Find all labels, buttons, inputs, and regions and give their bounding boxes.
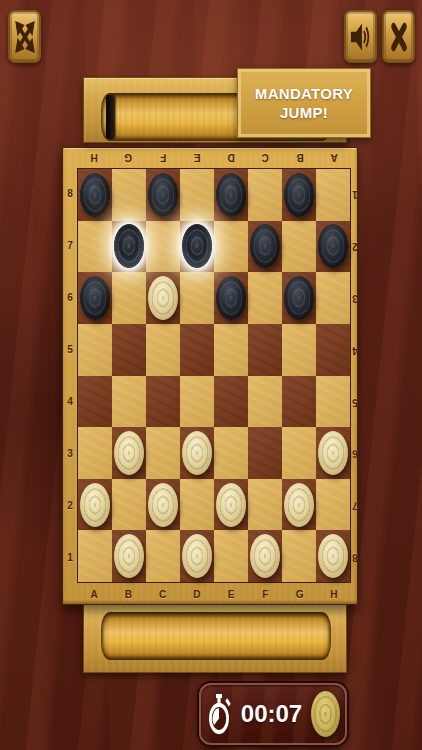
file-label-G: G [111, 148, 145, 168]
close-button[interactable] [382, 10, 415, 63]
rank-label-5: 5 [351, 376, 359, 428]
square-d3[interactable] [180, 427, 214, 479]
square-d2[interactable] [180, 479, 214, 531]
square-f8[interactable] [248, 169, 282, 221]
board-grid [77, 168, 351, 583]
square-d4[interactable] [180, 376, 214, 428]
captured-tray-bottom [83, 603, 347, 673]
file-label-A: A [77, 583, 111, 606]
white-piece-e2[interactable] [216, 483, 246, 527]
square-c6[interactable] [146, 272, 180, 324]
black-piece-b7[interactable] [114, 224, 144, 268]
square-h4[interactable] [316, 376, 350, 428]
captured-black-piece [106, 95, 115, 139]
rank-labels-left: 87654321 [63, 168, 77, 583]
square-d1[interactable] [180, 530, 214, 582]
square-a2[interactable] [78, 479, 112, 531]
white-piece-d1[interactable] [182, 534, 212, 578]
white-piece-g2[interactable] [284, 483, 314, 527]
speaker-icon [349, 19, 372, 55]
file-label-A: A [317, 148, 351, 168]
square-e4[interactable] [214, 376, 248, 428]
square-d8[interactable] [180, 169, 214, 221]
square-e7[interactable] [214, 221, 248, 273]
rank-label-4: 4 [351, 324, 359, 376]
rank-label-4: 4 [63, 376, 77, 428]
rank-labels-right: 12345678 [351, 168, 359, 583]
square-d7[interactable] [180, 221, 214, 273]
square-c7[interactable] [146, 221, 180, 273]
banner-line2: JUMP! [280, 103, 328, 122]
stopwatch-icon [206, 694, 232, 735]
square-h6[interactable] [316, 272, 350, 324]
white-piece-h3[interactable] [318, 431, 348, 475]
rank-label-3: 3 [63, 427, 77, 479]
expand-arrows-icon [14, 19, 36, 55]
square-h8[interactable] [316, 169, 350, 221]
square-c2[interactable] [146, 479, 180, 531]
square-h1[interactable] [316, 530, 350, 582]
file-label-H: H [317, 583, 351, 606]
file-label-F: F [146, 148, 180, 168]
rank-label-2: 2 [63, 479, 77, 531]
square-b8[interactable] [112, 169, 146, 221]
square-e3[interactable] [214, 427, 248, 479]
file-labels-top: HGFEDCBA [77, 148, 351, 168]
square-e5[interactable] [214, 324, 248, 376]
square-g5[interactable] [282, 324, 316, 376]
file-label-F: F [248, 583, 282, 606]
rank-label-8: 8 [351, 531, 359, 583]
square-c3[interactable] [146, 427, 180, 479]
square-g8[interactable] [282, 169, 316, 221]
black-piece-e6[interactable] [216, 276, 246, 320]
rank-label-8: 8 [63, 168, 77, 220]
square-d6[interactable] [180, 272, 214, 324]
timer-turn-piece [311, 691, 340, 737]
square-a5[interactable] [78, 324, 112, 376]
square-f1[interactable] [248, 530, 282, 582]
file-label-C: C [146, 583, 180, 606]
square-c1[interactable] [146, 530, 180, 582]
file-label-H: H [77, 148, 111, 168]
square-b1[interactable] [112, 530, 146, 582]
timer-panel: 00:07 [199, 683, 347, 745]
black-piece-d7[interactable] [182, 224, 212, 268]
file-label-B: B [111, 583, 145, 606]
white-piece-h1[interactable] [318, 534, 348, 578]
square-b3[interactable] [112, 427, 146, 479]
tray-groove [101, 612, 331, 660]
white-piece-b3[interactable] [114, 431, 144, 475]
file-label-E: E [180, 148, 214, 168]
square-e8[interactable] [214, 169, 248, 221]
square-g3[interactable] [282, 427, 316, 479]
white-piece-d3[interactable] [182, 431, 212, 475]
square-a3[interactable] [78, 427, 112, 479]
square-b5[interactable] [112, 324, 146, 376]
black-piece-a6[interactable] [80, 276, 110, 320]
white-piece-a2[interactable] [80, 483, 110, 527]
black-piece-a8[interactable] [80, 173, 110, 217]
square-f2[interactable] [248, 479, 282, 531]
square-a7[interactable] [78, 221, 112, 273]
mandatory-jump-banner: MANDATORY JUMP! [237, 68, 371, 138]
square-c5[interactable] [146, 324, 180, 376]
black-piece-h7[interactable] [318, 224, 348, 268]
square-a8[interactable] [78, 169, 112, 221]
square-b2[interactable] [112, 479, 146, 531]
rank-label-1: 1 [351, 168, 359, 220]
file-label-D: D [214, 148, 248, 168]
black-piece-g6[interactable] [284, 276, 314, 320]
file-label-C: C [248, 148, 282, 168]
square-a6[interactable] [78, 272, 112, 324]
square-a1[interactable] [78, 530, 112, 582]
rank-label-7: 7 [351, 479, 359, 531]
sound-button[interactable] [344, 10, 377, 63]
square-c4[interactable] [146, 376, 180, 428]
white-piece-f1[interactable] [250, 534, 280, 578]
rank-label-2: 2 [351, 220, 359, 272]
rank-label-7: 7 [63, 220, 77, 272]
banner-line1: MANDATORY [255, 84, 353, 103]
square-g7[interactable] [282, 221, 316, 273]
square-b4[interactable] [112, 376, 146, 428]
square-g6[interactable] [282, 272, 316, 324]
checkers-board: HGFEDCBA 87654321 12345678 ABCDEFGH [62, 147, 358, 605]
square-d5[interactable] [180, 324, 214, 376]
rank-label-5: 5 [63, 324, 77, 376]
rank-label-6: 6 [351, 427, 359, 479]
black-piece-g8[interactable] [284, 173, 314, 217]
file-label-D: D [180, 583, 214, 606]
timer-value: 00:07 [241, 700, 302, 728]
square-c8[interactable] [146, 169, 180, 221]
square-e2[interactable] [214, 479, 248, 531]
square-h5[interactable] [316, 324, 350, 376]
black-piece-c8[interactable] [148, 173, 178, 217]
rank-label-1: 1 [63, 531, 77, 583]
fullscreen-button[interactable] [8, 10, 41, 63]
square-e1[interactable] [214, 530, 248, 582]
square-h7[interactable] [316, 221, 350, 273]
white-piece-b1[interactable] [114, 534, 144, 578]
close-icon [388, 19, 410, 55]
black-piece-f7[interactable] [250, 224, 280, 268]
game-screen: MANDATORY JUMP! HGFEDCBA 87654321 123456… [0, 0, 422, 750]
file-label-G: G [283, 583, 317, 606]
square-g1[interactable] [282, 530, 316, 582]
square-e6[interactable] [214, 272, 248, 324]
square-f6[interactable] [248, 272, 282, 324]
square-b7[interactable] [112, 221, 146, 273]
rank-label-6: 6 [63, 272, 77, 324]
file-labels-bottom: ABCDEFGH [77, 583, 351, 606]
square-f7[interactable] [248, 221, 282, 273]
white-piece-c6[interactable] [148, 276, 178, 320]
square-h2[interactable] [316, 479, 350, 531]
file-label-E: E [214, 583, 248, 606]
square-g2[interactable] [282, 479, 316, 531]
rank-label-3: 3 [351, 272, 359, 324]
white-piece-c2[interactable] [148, 483, 178, 527]
square-f4[interactable] [248, 376, 282, 428]
square-b6[interactable] [112, 272, 146, 324]
square-g4[interactable] [282, 376, 316, 428]
file-label-B: B [283, 148, 317, 168]
square-h3[interactable] [316, 427, 350, 479]
black-piece-e8[interactable] [216, 173, 246, 217]
square-a4[interactable] [78, 376, 112, 428]
square-f5[interactable] [248, 324, 282, 376]
square-f3[interactable] [248, 427, 282, 479]
